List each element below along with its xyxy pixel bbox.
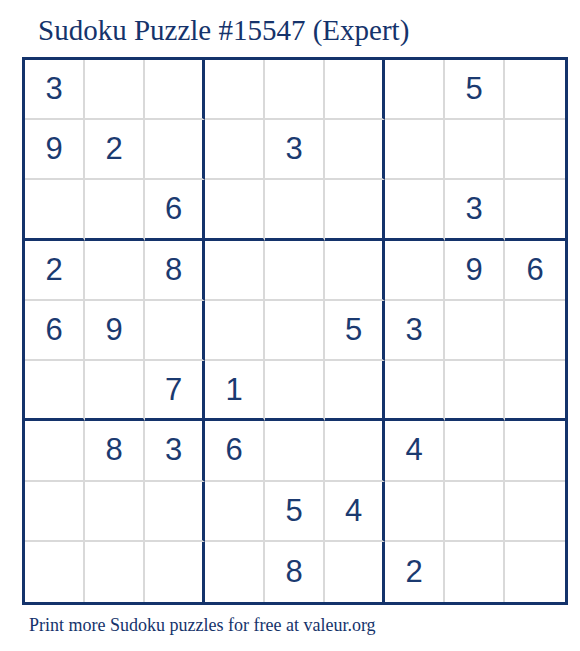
sudoku-cell-r2c2[interactable]: 2 — [85, 120, 145, 180]
sudoku-cell-r1c9[interactable] — [505, 60, 565, 120]
sudoku-cell-r3c4[interactable] — [205, 180, 265, 240]
sudoku-cell-r7c4[interactable]: 6 — [205, 421, 265, 481]
sudoku-cell-r4c5[interactable] — [265, 241, 325, 301]
sudoku-board: 3592363289669537183645482 — [22, 57, 568, 605]
page-title: Sudoku Puzzle #15547 (Expert) — [38, 14, 409, 47]
sudoku-cell-r9c4[interactable] — [205, 542, 265, 602]
sudoku-cell-r4c2[interactable] — [85, 241, 145, 301]
sudoku-cell-r5c7[interactable]: 3 — [385, 301, 445, 361]
sudoku-cell-r3c5[interactable] — [265, 180, 325, 240]
sudoku-cell-r6c7[interactable] — [385, 361, 445, 421]
sudoku-cell-r1c4[interactable] — [205, 60, 265, 120]
sudoku-cell-r4c3[interactable]: 8 — [145, 241, 205, 301]
sudoku-cell-r5c5[interactable] — [265, 301, 325, 361]
sudoku-cell-r3c2[interactable] — [85, 180, 145, 240]
sudoku-cell-r4c7[interactable] — [385, 241, 445, 301]
sudoku-cell-r5c3[interactable] — [145, 301, 205, 361]
sudoku-cell-r8c2[interactable] — [85, 482, 145, 542]
sudoku-cell-r6c2[interactable] — [85, 361, 145, 421]
sudoku-cell-r5c9[interactable] — [505, 301, 565, 361]
sudoku-cell-r9c8[interactable] — [445, 542, 505, 602]
sudoku-cell-r7c8[interactable] — [445, 421, 505, 481]
sudoku-cell-r4c1[interactable]: 2 — [25, 241, 85, 301]
sudoku-cell-r5c8[interactable] — [445, 301, 505, 361]
sudoku-cell-r3c6[interactable] — [325, 180, 385, 240]
sudoku-cell-r8c3[interactable] — [145, 482, 205, 542]
sudoku-cell-r4c9[interactable]: 6 — [505, 241, 565, 301]
sudoku-cell-r1c7[interactable] — [385, 60, 445, 120]
sudoku-cell-r7c9[interactable] — [505, 421, 565, 481]
sudoku-cell-r3c7[interactable] — [385, 180, 445, 240]
sudoku-cell-r4c8[interactable]: 9 — [445, 241, 505, 301]
sudoku-cell-r3c3[interactable]: 6 — [145, 180, 205, 240]
sudoku-cell-r6c8[interactable] — [445, 361, 505, 421]
sudoku-cell-r7c5[interactable] — [265, 421, 325, 481]
sudoku-cell-r2c8[interactable] — [445, 120, 505, 180]
sudoku-cell-r5c2[interactable]: 9 — [85, 301, 145, 361]
sudoku-cell-r6c3[interactable]: 7 — [145, 361, 205, 421]
sudoku-cell-r9c2[interactable] — [85, 542, 145, 602]
sudoku-cell-r5c6[interactable]: 5 — [325, 301, 385, 361]
sudoku-cell-r3c8[interactable]: 3 — [445, 180, 505, 240]
sudoku-cell-r9c9[interactable] — [505, 542, 565, 602]
sudoku-cell-r2c5[interactable]: 3 — [265, 120, 325, 180]
footer-credit: Print more Sudoku puzzles for free at va… — [29, 615, 376, 636]
sudoku-cell-r8c4[interactable] — [205, 482, 265, 542]
sudoku-cell-r9c6[interactable] — [325, 542, 385, 602]
sudoku-cell-r2c1[interactable]: 9 — [25, 120, 85, 180]
sudoku-cell-r8c6[interactable]: 4 — [325, 482, 385, 542]
sudoku-cell-r2c9[interactable] — [505, 120, 565, 180]
sudoku-cell-r8c7[interactable] — [385, 482, 445, 542]
sudoku-cell-r7c1[interactable] — [25, 421, 85, 481]
sudoku-cell-r3c9[interactable] — [505, 180, 565, 240]
sudoku-cell-r1c3[interactable] — [145, 60, 205, 120]
sudoku-cell-r4c4[interactable] — [205, 241, 265, 301]
sudoku-cell-r6c4[interactable]: 1 — [205, 361, 265, 421]
sudoku-cell-r2c6[interactable] — [325, 120, 385, 180]
sudoku-cell-r9c3[interactable] — [145, 542, 205, 602]
sudoku-cell-r6c9[interactable] — [505, 361, 565, 421]
sudoku-cell-r9c5[interactable]: 8 — [265, 542, 325, 602]
sudoku-cell-r3c1[interactable] — [25, 180, 85, 240]
sudoku-cell-r1c6[interactable] — [325, 60, 385, 120]
sudoku-cell-r1c2[interactable] — [85, 60, 145, 120]
sudoku-cell-r2c3[interactable] — [145, 120, 205, 180]
sudoku-cell-r6c1[interactable] — [25, 361, 85, 421]
sudoku-cell-r7c7[interactable]: 4 — [385, 421, 445, 481]
sudoku-cell-r2c7[interactable] — [385, 120, 445, 180]
sudoku-cell-r8c1[interactable] — [25, 482, 85, 542]
sudoku-cell-r1c8[interactable]: 5 — [445, 60, 505, 120]
sudoku-cell-r7c2[interactable]: 8 — [85, 421, 145, 481]
sudoku-cell-r8c8[interactable] — [445, 482, 505, 542]
sudoku-cell-r5c1[interactable]: 6 — [25, 301, 85, 361]
sudoku-cell-r4c6[interactable] — [325, 241, 385, 301]
sudoku-cell-r1c1[interactable]: 3 — [25, 60, 85, 120]
sudoku-cell-r7c6[interactable] — [325, 421, 385, 481]
sudoku-cell-r7c3[interactable]: 3 — [145, 421, 205, 481]
sudoku-cell-r6c5[interactable] — [265, 361, 325, 421]
sudoku-cell-r5c4[interactable] — [205, 301, 265, 361]
sudoku-cell-r8c9[interactable] — [505, 482, 565, 542]
sudoku-cell-r1c5[interactable] — [265, 60, 325, 120]
sudoku-cell-r9c1[interactable] — [25, 542, 85, 602]
sudoku-cell-r8c5[interactable]: 5 — [265, 482, 325, 542]
sudoku-cell-r9c7[interactable]: 2 — [385, 542, 445, 602]
sudoku-cell-r2c4[interactable] — [205, 120, 265, 180]
sudoku-cell-r6c6[interactable] — [325, 361, 385, 421]
